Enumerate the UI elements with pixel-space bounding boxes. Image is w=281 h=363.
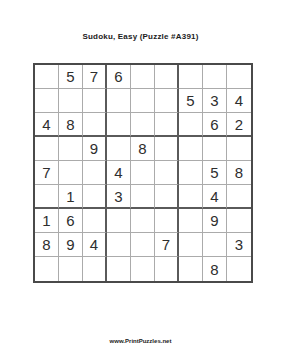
cell-r9c5 [131,257,155,281]
cell-r6c1 [35,185,59,209]
cell-r7c4 [107,209,131,233]
cell-r5c7 [179,161,203,185]
cell-r5c6 [155,161,179,185]
cell-r3c4 [107,113,131,137]
cell-r7c3 [83,209,107,233]
cell-r5c2 [59,161,83,185]
cell-r8c1: 8 [35,233,59,257]
cell-r5c1: 7 [35,161,59,185]
cell-r4c1 [35,137,59,161]
cell-r7c7 [179,209,203,233]
cell-r8c4 [107,233,131,257]
cell-r4c6 [155,137,179,161]
cell-r8c9: 3 [227,233,251,257]
sudoku-board: 5765344862987458134169894738 [33,63,253,283]
footer-url: www.PrintPuzzles.net [0,338,281,344]
cell-r6c5 [131,185,155,209]
cell-r3c9: 2 [227,113,251,137]
cell-r3c1: 4 [35,113,59,137]
cell-r8c2: 9 [59,233,83,257]
cell-r7c5 [131,209,155,233]
cell-r4c7 [179,137,203,161]
cell-r3c6 [155,113,179,137]
cell-r3c8: 6 [203,113,227,137]
cell-r5c4: 4 [107,161,131,185]
cell-r6c4: 3 [107,185,131,209]
cell-r3c7 [179,113,203,137]
cell-r5c3 [83,161,107,185]
cell-r2c4 [107,89,131,113]
cell-r3c2: 8 [59,113,83,137]
cell-r6c9 [227,185,251,209]
cell-r2c2 [59,89,83,113]
cell-r2c7: 5 [179,89,203,113]
cell-r1c5 [131,65,155,89]
cell-r2c1 [35,89,59,113]
cell-r8c7 [179,233,203,257]
cell-r4c4 [107,137,131,161]
cell-r7c8: 9 [203,209,227,233]
puzzle-page: Sudoku, Easy (Puzzle #A391) 576534486298… [0,0,281,363]
cell-r4c2 [59,137,83,161]
cell-r4c5: 8 [131,137,155,161]
cell-r5c5 [131,161,155,185]
cell-r9c3 [83,257,107,281]
cell-r2c5 [131,89,155,113]
cell-r5c9: 8 [227,161,251,185]
cell-r1c8 [203,65,227,89]
cell-r8c5 [131,233,155,257]
cell-r6c2: 1 [59,185,83,209]
cell-r3c3 [83,113,107,137]
cell-r9c1 [35,257,59,281]
cell-r9c8: 8 [203,257,227,281]
cell-r1c6 [155,65,179,89]
cell-r8c6: 7 [155,233,179,257]
cell-r1c2: 5 [59,65,83,89]
puzzle-title: Sudoku, Easy (Puzzle #A391) [0,32,281,41]
cell-r9c9 [227,257,251,281]
cell-r1c4: 6 [107,65,131,89]
cell-r1c3: 7 [83,65,107,89]
cell-r3c5 [131,113,155,137]
cell-r6c7 [179,185,203,209]
cell-r2c3 [83,89,107,113]
cell-r5c8: 5 [203,161,227,185]
cell-r7c9 [227,209,251,233]
cell-r9c4 [107,257,131,281]
cell-r7c1: 1 [35,209,59,233]
cell-r4c8 [203,137,227,161]
cell-r6c3 [83,185,107,209]
cell-r2c6 [155,89,179,113]
cell-r2c8: 3 [203,89,227,113]
cell-r1c1 [35,65,59,89]
cell-r6c8: 4 [203,185,227,209]
cell-r7c6 [155,209,179,233]
cell-r4c9 [227,137,251,161]
cell-r2c9: 4 [227,89,251,113]
cell-r9c2 [59,257,83,281]
cell-r1c9 [227,65,251,89]
cell-r4c3: 9 [83,137,107,161]
cell-r6c6 [155,185,179,209]
cell-r8c8 [203,233,227,257]
cell-r9c7 [179,257,203,281]
cell-r7c2: 6 [59,209,83,233]
cell-r9c6 [155,257,179,281]
cell-r8c3: 4 [83,233,107,257]
cell-r1c7 [179,65,203,89]
